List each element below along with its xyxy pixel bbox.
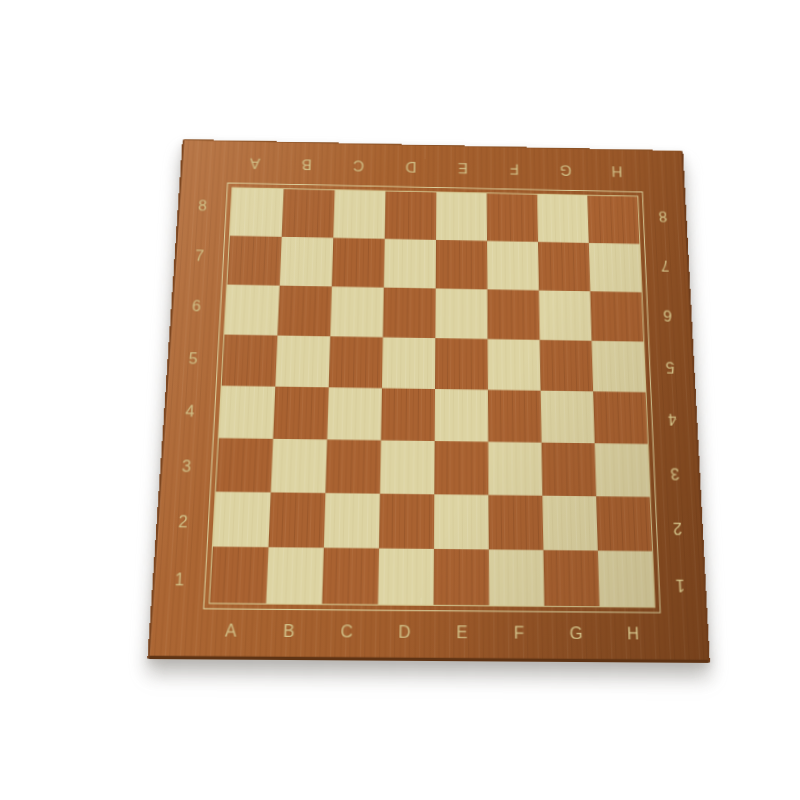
file-label-bottom-H: H bbox=[604, 608, 663, 659]
square-g6[interactable] bbox=[539, 290, 592, 340]
rank-label-left-5-text: 5 bbox=[188, 350, 199, 368]
rank-label-right-1-text: 1 bbox=[674, 575, 685, 594]
square-f8[interactable] bbox=[487, 193, 538, 241]
square-f2[interactable] bbox=[488, 495, 543, 550]
square-a6[interactable] bbox=[225, 285, 280, 336]
file-label-top-D-text: D bbox=[405, 158, 417, 174]
rank-label-left-5: 5 bbox=[168, 332, 219, 385]
file-label-top-E: E bbox=[436, 146, 488, 188]
file-label-top-G: G bbox=[539, 148, 591, 190]
rank-label-left-6: 6 bbox=[172, 281, 222, 333]
square-e3[interactable] bbox=[434, 441, 488, 495]
file-label-bottom-E: E bbox=[433, 607, 491, 658]
square-d5[interactable] bbox=[382, 337, 435, 389]
rank-label-right-5-text: 5 bbox=[664, 358, 674, 375]
board-rotation-wrapper: ABCDEFGH ABCDEFGH 87654321 87654321 bbox=[166, 121, 700, 655]
rank-label-right-2: 2 bbox=[652, 500, 702, 556]
photo-background: ABCDEFGH ABCDEFGH 87654321 87654321 bbox=[0, 0, 800, 800]
board-perspective-wrapper: ABCDEFGH ABCDEFGH 87654321 87654321 bbox=[147, 139, 709, 663]
square-c8[interactable] bbox=[333, 190, 385, 239]
square-h3[interactable] bbox=[595, 443, 650, 497]
square-b5[interactable] bbox=[275, 335, 330, 387]
square-b7[interactable] bbox=[280, 237, 334, 287]
square-b2[interactable] bbox=[268, 492, 325, 547]
rank-label-left-1-text: 1 bbox=[174, 570, 185, 589]
rank-label-left-7-text: 7 bbox=[195, 248, 205, 265]
rank-label-right-6: 6 bbox=[643, 290, 691, 342]
square-e5[interactable] bbox=[435, 338, 488, 390]
rank-label-left-2-text: 2 bbox=[178, 513, 189, 532]
rank-label-left-8: 8 bbox=[178, 182, 227, 232]
file-label-bottom-C-text: C bbox=[340, 622, 353, 642]
square-a7[interactable] bbox=[227, 236, 281, 286]
square-d8[interactable] bbox=[385, 191, 437, 240]
square-f4[interactable] bbox=[488, 390, 542, 443]
file-label-bottom-G-text: G bbox=[569, 624, 583, 643]
rank-label-right-7-text: 7 bbox=[660, 257, 670, 274]
square-h7[interactable] bbox=[589, 243, 642, 292]
file-label-top-D: D bbox=[384, 145, 436, 187]
square-c5[interactable] bbox=[329, 336, 383, 388]
square-d1[interactable] bbox=[378, 548, 434, 604]
square-g7[interactable] bbox=[538, 242, 590, 291]
square-e4[interactable] bbox=[435, 389, 489, 442]
file-label-top-H-text: H bbox=[611, 162, 623, 178]
file-labels-bottom: ABCDEFGH bbox=[200, 605, 662, 659]
file-label-bottom-F: F bbox=[491, 607, 549, 658]
file-label-top-F: F bbox=[488, 147, 540, 189]
rank-label-left-4-text: 4 bbox=[185, 403, 196, 421]
square-b1[interactable] bbox=[266, 547, 324, 604]
square-e6[interactable] bbox=[435, 288, 487, 339]
file-label-bottom-D: D bbox=[375, 606, 433, 657]
rank-label-right-3-text: 3 bbox=[669, 464, 679, 482]
file-label-top-C-text: C bbox=[353, 157, 365, 173]
chess-board: ABCDEFGH ABCDEFGH 87654321 87654321 bbox=[147, 139, 709, 663]
file-label-bottom-A: A bbox=[200, 605, 261, 657]
rank-label-right-4: 4 bbox=[647, 392, 696, 446]
rank-label-right-3: 3 bbox=[650, 446, 700, 501]
square-h8[interactable] bbox=[587, 196, 639, 244]
square-f3[interactable] bbox=[488, 442, 542, 496]
square-a5[interactable] bbox=[222, 335, 278, 387]
square-f7[interactable] bbox=[487, 241, 539, 290]
rank-label-left-4: 4 bbox=[164, 385, 215, 440]
square-f6[interactable] bbox=[487, 289, 539, 340]
square-h2[interactable] bbox=[596, 496, 652, 551]
square-g1[interactable] bbox=[543, 550, 599, 606]
file-label-top-F-text: F bbox=[509, 160, 519, 176]
square-a4[interactable] bbox=[219, 386, 275, 439]
square-d7[interactable] bbox=[384, 239, 436, 289]
square-g8[interactable] bbox=[537, 195, 589, 243]
rank-label-left-7: 7 bbox=[175, 231, 224, 282]
square-c6[interactable] bbox=[330, 287, 384, 338]
square-c2[interactable] bbox=[324, 493, 380, 548]
file-label-top-A: A bbox=[227, 141, 281, 183]
square-e2[interactable] bbox=[434, 494, 489, 549]
file-label-top-B-text: B bbox=[301, 156, 312, 172]
square-f1[interactable] bbox=[489, 550, 545, 606]
file-label-top-G-text: G bbox=[559, 161, 572, 177]
square-d2[interactable] bbox=[379, 494, 434, 549]
square-c3[interactable] bbox=[325, 440, 380, 494]
square-g4[interactable] bbox=[541, 391, 595, 444]
square-h1[interactable] bbox=[598, 551, 655, 607]
square-d3[interactable] bbox=[380, 440, 435, 494]
square-b4[interactable] bbox=[273, 387, 329, 440]
square-c7[interactable] bbox=[332, 238, 385, 288]
square-a1[interactable] bbox=[210, 547, 269, 604]
file-label-top-C: C bbox=[332, 144, 385, 186]
rank-label-right-6-text: 6 bbox=[662, 307, 672, 324]
rank-label-right-8: 8 bbox=[639, 191, 686, 240]
rank-label-left-6-text: 6 bbox=[191, 298, 201, 315]
square-e8[interactable] bbox=[436, 192, 487, 241]
square-h4[interactable] bbox=[593, 391, 647, 444]
file-label-bottom-G: G bbox=[547, 608, 605, 659]
file-label-bottom-E-text: E bbox=[456, 623, 468, 643]
square-e7[interactable] bbox=[436, 240, 488, 290]
rank-label-right-7: 7 bbox=[641, 240, 688, 290]
squares-grid bbox=[210, 188, 655, 607]
rank-label-right-2-text: 2 bbox=[672, 519, 682, 538]
pinstripe-border-outer bbox=[203, 183, 661, 614]
square-c1[interactable] bbox=[322, 548, 379, 605]
file-label-bottom-H-text: H bbox=[627, 624, 640, 643]
pinstripe-border-inner bbox=[209, 187, 656, 608]
rank-label-right-8-text: 8 bbox=[658, 208, 668, 224]
square-e1[interactable] bbox=[434, 549, 489, 605]
rank-label-left-3-text: 3 bbox=[181, 457, 192, 475]
rank-label-left-3: 3 bbox=[161, 439, 213, 495]
rank-label-right-4-text: 4 bbox=[667, 410, 677, 428]
square-g3[interactable] bbox=[541, 443, 596, 497]
file-label-bottom-B: B bbox=[259, 605, 319, 656]
file-label-bottom-A-text: A bbox=[225, 621, 238, 641]
square-b3[interactable] bbox=[271, 439, 327, 493]
square-b6[interactable] bbox=[277, 286, 331, 337]
file-label-top-B: B bbox=[280, 142, 334, 184]
rank-label-left-2: 2 bbox=[157, 494, 210, 551]
square-g2[interactable] bbox=[542, 496, 597, 551]
file-label-bottom-D-text: D bbox=[398, 622, 411, 642]
rank-label-left-8-text: 8 bbox=[198, 198, 208, 214]
file-label-top-H: H bbox=[590, 149, 643, 191]
square-a8[interactable] bbox=[230, 188, 284, 237]
square-b8[interactable] bbox=[282, 189, 335, 238]
square-d4[interactable] bbox=[381, 388, 435, 441]
square-g5[interactable] bbox=[540, 340, 593, 392]
file-label-bottom-B-text: B bbox=[283, 621, 296, 641]
square-d6[interactable] bbox=[383, 287, 436, 338]
rank-label-left-1: 1 bbox=[153, 551, 206, 610]
square-a3[interactable] bbox=[216, 438, 273, 492]
rank-label-right-5: 5 bbox=[645, 340, 693, 393]
file-label-top-A-text: A bbox=[249, 154, 261, 170]
file-label-bottom-F-text: F bbox=[514, 623, 525, 642]
square-h6[interactable] bbox=[590, 291, 643, 341]
rank-label-right-1: 1 bbox=[654, 556, 705, 614]
square-f5[interactable] bbox=[488, 339, 541, 391]
square-c4[interactable] bbox=[327, 387, 382, 440]
file-label-bottom-C: C bbox=[317, 606, 376, 657]
square-a2[interactable] bbox=[213, 492, 271, 548]
file-label-top-E-text: E bbox=[457, 159, 468, 175]
square-h5[interactable] bbox=[592, 341, 646, 392]
